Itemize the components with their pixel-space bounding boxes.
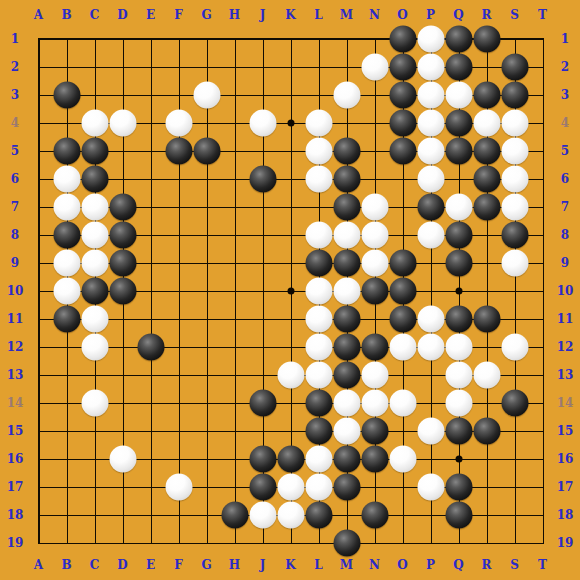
col-label-bottom-L: L (314, 558, 322, 572)
intersection-M18[interactable] (333, 501, 361, 529)
col-label-top-L: L (314, 8, 322, 22)
intersection-F6[interactable] (165, 165, 193, 193)
intersection-A13[interactable] (25, 361, 53, 389)
black-stone-L18 (305, 501, 332, 528)
intersection-S10[interactable] (501, 277, 529, 305)
intersection-E7[interactable] (137, 193, 165, 221)
intersection-F1[interactable] (165, 25, 193, 53)
intersection-H12[interactable] (221, 333, 249, 361)
intersection-K7[interactable] (277, 193, 305, 221)
intersection-H19[interactable] (221, 529, 249, 557)
intersection-S17[interactable] (501, 473, 529, 501)
intersection-T16[interactable] (529, 445, 557, 473)
intersection-T11[interactable] (529, 305, 557, 333)
intersection-O6[interactable] (389, 165, 417, 193)
intersection-E17[interactable] (137, 473, 165, 501)
black-stone-P7 (417, 193, 444, 220)
intersection-F14[interactable] (165, 389, 193, 417)
col-label-top-S: S (510, 8, 519, 22)
intersection-E15[interactable] (137, 417, 165, 445)
intersection-K14[interactable] (277, 389, 305, 417)
row-label-right-18: 18 (557, 508, 574, 522)
intersection-T7[interactable] (529, 193, 557, 221)
col-label-bottom-C: C (90, 558, 100, 572)
black-stone-J16 (249, 445, 276, 472)
intersection-E8[interactable] (137, 221, 165, 249)
intersection-L7[interactable] (305, 193, 333, 221)
intersection-D19[interactable] (109, 529, 137, 557)
intersection-N19[interactable] (361, 529, 389, 557)
intersection-J12[interactable] (249, 333, 277, 361)
star-point-Q10 (455, 287, 462, 294)
intersection-G11[interactable] (193, 305, 221, 333)
intersection-J11[interactable] (249, 305, 277, 333)
intersection-A18[interactable] (25, 501, 53, 529)
intersection-T15[interactable] (529, 417, 557, 445)
intersection-S16[interactable] (501, 445, 529, 473)
intersection-C1[interactable] (81, 25, 109, 53)
intersection-J13[interactable] (249, 361, 277, 389)
intersection-T2[interactable] (529, 53, 557, 81)
row-label-left-13: 13 (7, 368, 24, 382)
intersection-E3[interactable] (137, 81, 165, 109)
intersection-A4[interactable] (25, 109, 53, 137)
intersection-E1[interactable] (137, 25, 165, 53)
intersection-H8[interactable] (221, 221, 249, 249)
intersection-E14[interactable] (137, 389, 165, 417)
intersection-S1[interactable] (501, 25, 529, 53)
intersection-Q6[interactable] (445, 165, 473, 193)
row-label-right-2: 2 (561, 60, 569, 74)
intersection-L2[interactable] (305, 53, 333, 81)
row-label-left-14: 14 (7, 396, 24, 410)
intersection-R2[interactable] (473, 53, 501, 81)
black-stone-B8 (53, 221, 80, 248)
row-label-left-12: 12 (7, 340, 24, 354)
intersection-G9[interactable] (193, 249, 221, 277)
intersection-T19[interactable] (529, 529, 557, 557)
intersection-M1[interactable] (333, 25, 361, 53)
col-label-top-N: N (369, 8, 380, 22)
intersection-G13[interactable] (193, 361, 221, 389)
intersection-G10[interactable] (193, 277, 221, 305)
intersection-R16[interactable] (473, 445, 501, 473)
intersection-S15[interactable] (501, 417, 529, 445)
intersection-C2[interactable] (81, 53, 109, 81)
intersection-C18[interactable] (81, 501, 109, 529)
black-stone-B5 (53, 137, 80, 164)
black-stone-S2 (501, 53, 528, 80)
intersection-A3[interactable] (25, 81, 53, 109)
white-stone-S6 (501, 165, 528, 192)
intersection-D3[interactable] (109, 81, 137, 109)
intersection-R12[interactable] (473, 333, 501, 361)
intersection-T8[interactable] (529, 221, 557, 249)
intersection-N6[interactable] (361, 165, 389, 193)
intersection-F18[interactable] (165, 501, 193, 529)
intersection-T6[interactable] (529, 165, 557, 193)
intersection-R9[interactable] (473, 249, 501, 277)
intersection-O19[interactable] (389, 529, 417, 557)
intersection-F8[interactable] (165, 221, 193, 249)
intersection-T14[interactable] (529, 389, 557, 417)
white-stone-C11 (81, 305, 108, 332)
white-stone-O12 (389, 333, 416, 360)
intersection-J1[interactable] (249, 25, 277, 53)
intersection-G19[interactable] (193, 529, 221, 557)
intersection-J3[interactable] (249, 81, 277, 109)
black-stone-J6 (249, 165, 276, 192)
intersection-E18[interactable] (137, 501, 165, 529)
intersection-P13[interactable] (417, 361, 445, 389)
intersection-G14[interactable] (193, 389, 221, 417)
intersection-B1[interactable] (53, 25, 81, 53)
intersection-P18[interactable] (417, 501, 445, 529)
intersection-K6[interactable] (277, 165, 305, 193)
intersection-T5[interactable] (529, 137, 557, 165)
intersection-P16[interactable] (417, 445, 445, 473)
intersection-H16[interactable] (221, 445, 249, 473)
intersection-H9[interactable] (221, 249, 249, 277)
black-stone-N10 (361, 277, 388, 304)
intersection-R18[interactable] (473, 501, 501, 529)
black-stone-O4 (389, 109, 416, 136)
intersection-T17[interactable] (529, 473, 557, 501)
intersection-A14[interactable] (25, 389, 53, 417)
intersection-M4[interactable] (333, 109, 361, 137)
intersection-N3[interactable] (361, 81, 389, 109)
white-stone-Q12 (445, 333, 472, 360)
intersection-B4[interactable] (53, 109, 81, 137)
white-stone-Q14 (445, 389, 472, 416)
intersection-S19[interactable] (501, 529, 529, 557)
white-stone-F4 (165, 109, 192, 136)
intersection-S11[interactable] (501, 305, 529, 333)
intersection-B12[interactable] (53, 333, 81, 361)
intersection-B19[interactable] (53, 529, 81, 557)
intersection-G1[interactable] (193, 25, 221, 53)
col-label-bottom-G: G (201, 558, 211, 572)
row-label-left-7: 7 (11, 200, 19, 214)
intersection-K11[interactable] (277, 305, 305, 333)
intersection-T3[interactable] (529, 81, 557, 109)
intersection-L1[interactable] (305, 25, 333, 53)
intersection-K3[interactable] (277, 81, 305, 109)
intersection-C16[interactable] (81, 445, 109, 473)
intersection-B2[interactable] (53, 53, 81, 81)
black-stone-R7 (473, 193, 500, 220)
col-label-top-T: T (538, 8, 547, 22)
intersection-H6[interactable] (221, 165, 249, 193)
intersection-B13[interactable] (53, 361, 81, 389)
intersection-O7[interactable] (389, 193, 417, 221)
intersection-E5[interactable] (137, 137, 165, 165)
row-label-right-1: 1 (561, 32, 569, 46)
intersection-R14[interactable] (473, 389, 501, 417)
col-label-bottom-H: H (229, 558, 240, 572)
intersection-L3[interactable] (305, 81, 333, 109)
intersection-G17[interactable] (193, 473, 221, 501)
intersection-F10[interactable] (165, 277, 193, 305)
white-stone-P8 (417, 221, 444, 248)
intersection-J8[interactable] (249, 221, 277, 249)
intersection-G7[interactable] (193, 193, 221, 221)
intersection-F19[interactable] (165, 529, 193, 557)
row-label-right-12: 12 (557, 340, 574, 354)
intersection-K2[interactable] (277, 53, 305, 81)
intersection-D15[interactable] (109, 417, 137, 445)
row-label-left-17: 17 (7, 480, 24, 494)
intersection-R17[interactable] (473, 473, 501, 501)
intersection-K1[interactable] (277, 25, 305, 53)
intersection-F3[interactable] (165, 81, 193, 109)
col-label-bottom-J: J (260, 558, 266, 572)
col-label-bottom-E: E (146, 558, 155, 572)
white-stone-O14 (389, 389, 416, 416)
intersection-N17[interactable] (361, 473, 389, 501)
intersection-E10[interactable] (137, 277, 165, 305)
intersection-K9[interactable] (277, 249, 305, 277)
intersection-F2[interactable] (165, 53, 193, 81)
intersection-E9[interactable] (137, 249, 165, 277)
intersection-K19[interactable] (277, 529, 305, 557)
intersection-H4[interactable] (221, 109, 249, 137)
intersection-H15[interactable] (221, 417, 249, 445)
intersection-F16[interactable] (165, 445, 193, 473)
intersection-G4[interactable] (193, 109, 221, 137)
intersection-G6[interactable] (193, 165, 221, 193)
intersection-E19[interactable] (137, 529, 165, 557)
white-stone-K17 (277, 473, 304, 500)
intersection-G8[interactable] (193, 221, 221, 249)
intersection-K15[interactable] (277, 417, 305, 445)
intersection-A15[interactable] (25, 417, 53, 445)
intersection-B15[interactable] (53, 417, 81, 445)
intersection-A1[interactable] (25, 25, 53, 53)
black-stone-R5 (473, 137, 500, 164)
intersection-E16[interactable] (137, 445, 165, 473)
col-label-top-Q: Q (453, 8, 463, 22)
intersection-G16[interactable] (193, 445, 221, 473)
row-label-left-16: 16 (7, 452, 24, 466)
intersection-A16[interactable] (25, 445, 53, 473)
intersection-E13[interactable] (137, 361, 165, 389)
intersection-H1[interactable] (221, 25, 249, 53)
intersection-J19[interactable] (249, 529, 277, 557)
intersection-H2[interactable] (221, 53, 249, 81)
intersection-P9[interactable] (417, 249, 445, 277)
white-stone-N2 (361, 53, 388, 80)
black-stone-Q15 (445, 417, 472, 444)
row-label-left-2: 2 (11, 60, 19, 74)
white-stone-K18 (277, 501, 304, 528)
intersection-T9[interactable] (529, 249, 557, 277)
col-label-top-K: K (285, 8, 295, 22)
intersection-J15[interactable] (249, 417, 277, 445)
intersection-A9[interactable] (25, 249, 53, 277)
intersection-T10[interactable] (529, 277, 557, 305)
intersection-R10[interactable] (473, 277, 501, 305)
intersection-D12[interactable] (109, 333, 137, 361)
intersection-H11[interactable] (221, 305, 249, 333)
intersection-T4[interactable] (529, 109, 557, 137)
intersection-O17[interactable] (389, 473, 417, 501)
intersection-P14[interactable] (417, 389, 445, 417)
intersection-E4[interactable] (137, 109, 165, 137)
col-label-top-A: A (34, 8, 43, 22)
intersection-J5[interactable] (249, 137, 277, 165)
white-stone-L5 (305, 137, 332, 164)
intersection-D2[interactable] (109, 53, 137, 81)
col-label-top-F: F (174, 8, 183, 22)
intersection-O8[interactable] (389, 221, 417, 249)
black-stone-S8 (501, 221, 528, 248)
intersection-K5[interactable] (277, 137, 305, 165)
intersection-D1[interactable] (109, 25, 137, 53)
intersection-T1[interactable] (529, 25, 557, 53)
white-stone-L17 (305, 473, 332, 500)
intersection-G18[interactable] (193, 501, 221, 529)
intersection-A11[interactable] (25, 305, 53, 333)
intersection-N4[interactable] (361, 109, 389, 137)
intersection-A17[interactable] (25, 473, 53, 501)
intersection-G15[interactable] (193, 417, 221, 445)
intersection-F13[interactable] (165, 361, 193, 389)
black-stone-M7 (333, 193, 360, 220)
black-stone-O11 (389, 305, 416, 332)
intersection-H5[interactable] (221, 137, 249, 165)
intersection-J2[interactable] (249, 53, 277, 81)
intersection-G12[interactable] (193, 333, 221, 361)
white-stone-S4 (501, 109, 528, 136)
intersection-R8[interactable] (473, 221, 501, 249)
row-label-right-5: 5 (561, 144, 569, 158)
intersection-D14[interactable] (109, 389, 137, 417)
intersection-M2[interactable] (333, 53, 361, 81)
intersection-B18[interactable] (53, 501, 81, 529)
row-label-right-4: 4 (561, 116, 569, 130)
white-stone-M10 (333, 277, 360, 304)
intersection-A12[interactable] (25, 333, 53, 361)
intersection-D13[interactable] (109, 361, 137, 389)
black-stone-D10 (109, 277, 136, 304)
intersection-C17[interactable] (81, 473, 109, 501)
intersection-C19[interactable] (81, 529, 109, 557)
intersection-D11[interactable] (109, 305, 137, 333)
row-label-right-17: 17 (557, 480, 574, 494)
intersection-A19[interactable] (25, 529, 53, 557)
intersection-B17[interactable] (53, 473, 81, 501)
intersection-P10[interactable] (417, 277, 445, 305)
row-label-right-9: 9 (561, 256, 569, 270)
intersection-L19[interactable] (305, 529, 333, 557)
intersection-Q19[interactable] (445, 529, 473, 557)
intersection-B16[interactable] (53, 445, 81, 473)
intersection-A5[interactable] (25, 137, 53, 165)
intersection-E11[interactable] (137, 305, 165, 333)
intersection-O15[interactable] (389, 417, 417, 445)
intersection-E6[interactable] (137, 165, 165, 193)
intersection-D5[interactable] (109, 137, 137, 165)
intersection-F11[interactable] (165, 305, 193, 333)
intersection-P19[interactable] (417, 529, 445, 557)
white-stone-P4 (417, 109, 444, 136)
black-stone-C5 (81, 137, 108, 164)
col-label-bottom-T: T (538, 558, 547, 572)
intersection-S18[interactable] (501, 501, 529, 529)
intersection-J9[interactable] (249, 249, 277, 277)
black-stone-Q4 (445, 109, 472, 136)
intersection-F7[interactable] (165, 193, 193, 221)
intersection-T18[interactable] (529, 501, 557, 529)
intersection-G2[interactable] (193, 53, 221, 81)
black-stone-K16 (277, 445, 304, 472)
intersection-D17[interactable] (109, 473, 137, 501)
intersection-H7[interactable] (221, 193, 249, 221)
black-stone-M17 (333, 473, 360, 500)
intersection-A10[interactable] (25, 277, 53, 305)
black-stone-B3 (53, 81, 80, 108)
intersection-J7[interactable] (249, 193, 277, 221)
intersection-A2[interactable] (25, 53, 53, 81)
intersection-K8[interactable] (277, 221, 305, 249)
intersection-T13[interactable] (529, 361, 557, 389)
intersection-A8[interactable] (25, 221, 53, 249)
intersection-N5[interactable] (361, 137, 389, 165)
intersection-A7[interactable] (25, 193, 53, 221)
intersection-N11[interactable] (361, 305, 389, 333)
intersection-F12[interactable] (165, 333, 193, 361)
intersection-J10[interactable] (249, 277, 277, 305)
black-stone-M16 (333, 445, 360, 472)
white-stone-R4 (473, 109, 500, 136)
black-stone-Q2 (445, 53, 472, 80)
intersection-A6[interactable] (25, 165, 53, 193)
black-stone-Q18 (445, 501, 472, 528)
intersection-T12[interactable] (529, 333, 557, 361)
intersection-N1[interactable] (361, 25, 389, 53)
star-point-K10 (287, 287, 294, 294)
white-stone-C4 (81, 109, 108, 136)
intersection-K12[interactable] (277, 333, 305, 361)
intersection-B14[interactable] (53, 389, 81, 417)
intersection-H14[interactable] (221, 389, 249, 417)
intersection-C15[interactable] (81, 417, 109, 445)
intersection-E2[interactable] (137, 53, 165, 81)
row-label-right-13: 13 (557, 368, 574, 382)
intersection-C13[interactable] (81, 361, 109, 389)
black-stone-O10 (389, 277, 416, 304)
white-stone-N14 (361, 389, 388, 416)
black-stone-M11 (333, 305, 360, 332)
intersection-S13[interactable] (501, 361, 529, 389)
intersection-D18[interactable] (109, 501, 137, 529)
black-stone-N16 (361, 445, 388, 472)
white-stone-N9 (361, 249, 388, 276)
intersection-H17[interactable] (221, 473, 249, 501)
intersection-H10[interactable] (221, 277, 249, 305)
intersection-H13[interactable] (221, 361, 249, 389)
intersection-R19[interactable] (473, 529, 501, 557)
intersection-H3[interactable] (221, 81, 249, 109)
intersection-D6[interactable] (109, 165, 137, 193)
intersection-O13[interactable] (389, 361, 417, 389)
black-stone-L14 (305, 389, 332, 416)
intersection-F15[interactable] (165, 417, 193, 445)
intersection-F9[interactable] (165, 249, 193, 277)
intersection-C3[interactable] (81, 81, 109, 109)
intersection-O18[interactable] (389, 501, 417, 529)
